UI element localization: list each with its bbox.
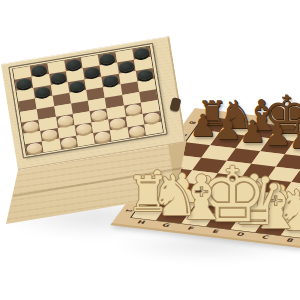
file-label: G <box>157 222 176 229</box>
checker-piece-black <box>118 61 135 73</box>
rank-label: 1 <box>122 207 134 213</box>
checker-piece-black <box>133 47 150 59</box>
checkers-board <box>8 43 167 158</box>
checker-piece-black <box>16 78 33 90</box>
product-photo-stage: HGFEDCBA12345678 ♜♞♝♛♚♝♞♜♟♟♟♟♟♟♟♟ ♟♟♟♟♟♟… <box>0 0 300 300</box>
file-label: E <box>206 228 225 235</box>
checker-piece-light <box>91 109 108 121</box>
checker-piece-light <box>128 125 145 137</box>
checker-piece-black <box>31 64 48 76</box>
checker-piece-black <box>137 69 154 81</box>
checker-piece-black <box>50 72 67 84</box>
checker-piece-black <box>84 66 101 78</box>
checker-piece-light <box>60 136 77 148</box>
checker-piece-light <box>23 121 40 133</box>
file-label: D <box>231 231 250 238</box>
checker-piece-light <box>125 104 142 116</box>
checker-piece-light <box>26 142 43 154</box>
file-label: F <box>182 225 201 232</box>
checker-piece-light <box>143 112 160 124</box>
checker-piece-black <box>65 58 82 70</box>
file-label: B <box>281 237 300 244</box>
checker-piece-black <box>103 74 120 86</box>
file-label: H <box>132 219 151 226</box>
checkers-pieces-layer <box>13 46 163 155</box>
checker-piece-light <box>94 131 111 143</box>
rank-label: 8 <box>186 119 198 125</box>
checker-piece-light <box>109 117 126 129</box>
checker-piece-light <box>57 115 74 127</box>
checker-piece-black <box>35 86 52 98</box>
checker-piece-black <box>99 53 116 65</box>
checker-piece-light <box>75 123 92 135</box>
checker-piece-light <box>41 129 58 141</box>
checker-piece-black <box>69 80 86 92</box>
file-label: C <box>256 234 275 241</box>
